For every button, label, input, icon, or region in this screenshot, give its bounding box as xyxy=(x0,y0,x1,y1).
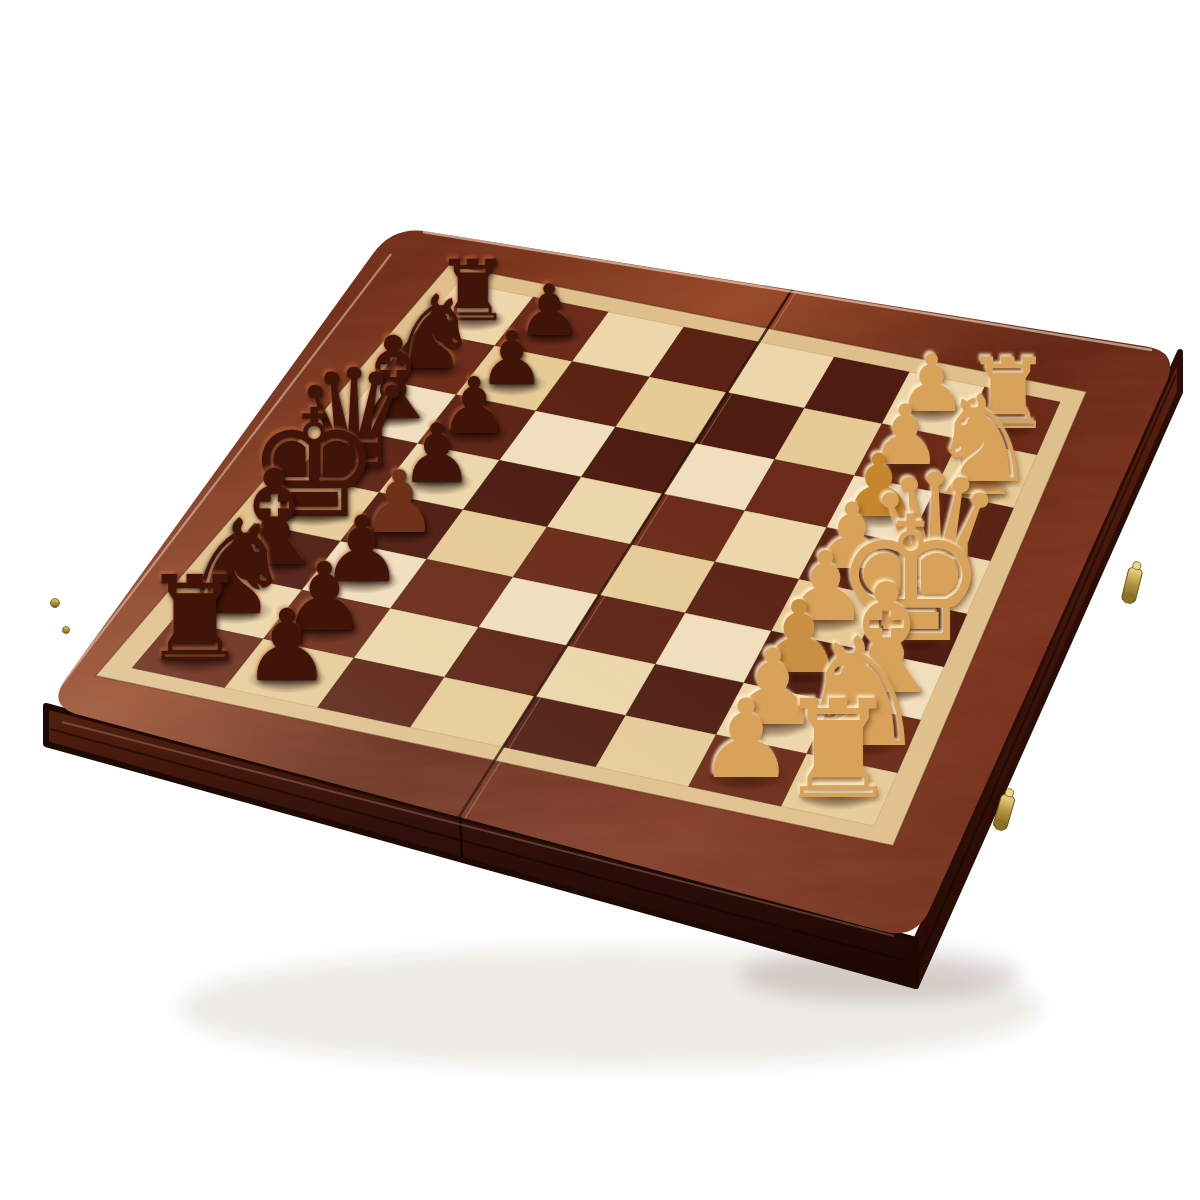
hinge-pin-icon xyxy=(51,599,70,634)
chessboard-stage xyxy=(0,0,1200,1200)
chessboard-svg xyxy=(0,0,1200,1200)
product-photo-page: ♜♞♝♛♚♝♞♜♟♟♟♟♟♟♟♟♜♞♝♛♚♝♞♜♟♟♟♟♟♟♟♟ xyxy=(0,0,1200,1200)
clasp-icon xyxy=(1121,560,1145,605)
